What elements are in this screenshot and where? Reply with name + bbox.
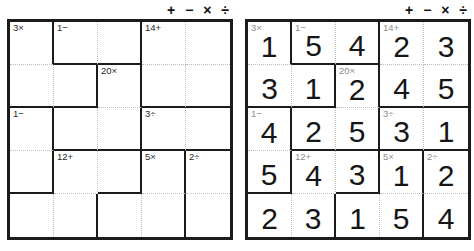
solution-board-block: + − × ÷ 3×11−5414+233120×2451−4253÷31512… — [245, 2, 471, 240]
puzzle-cell-r2c2[interactable] — [54, 65, 98, 108]
cell-value: 4 — [305, 161, 322, 191]
solution-cell-r1c3: 4 — [336, 22, 380, 65]
puzzle-cell-r3c2[interactable] — [54, 108, 98, 151]
cell-value: 3 — [261, 74, 278, 104]
puzzle-cell-r1c2[interactable]: 1− — [54, 22, 98, 65]
cell-value: 1 — [438, 117, 455, 147]
solution-cell-r5c1: 2 — [248, 194, 292, 237]
cell-value: 5 — [393, 204, 410, 234]
solution-cell-r3c5: 1 — [424, 108, 468, 151]
cage-clue: 1− — [13, 109, 24, 119]
puzzle-cell-r5c2[interactable] — [54, 194, 98, 237]
cage-clue: 2÷ — [427, 152, 438, 162]
solution-cell-r5c3: 1 — [336, 194, 380, 237]
cell-value: 3 — [393, 117, 410, 147]
cage-clue: 12+ — [57, 152, 73, 162]
operations-legend: + − × ÷ — [245, 2, 471, 19]
cell-value: 1 — [305, 74, 322, 104]
cage-clue: 3× — [251, 23, 262, 33]
puzzle-cell-r1c1[interactable]: 3× — [10, 22, 54, 65]
solution-cell-r1c2: 1−5 — [292, 22, 336, 65]
solution-cell-r2c4: 4 — [380, 65, 424, 108]
solution-cell-r3c2: 2 — [292, 108, 336, 151]
solution-cell-r5c5: 4 — [424, 194, 468, 237]
puzzle-cell-r2c3[interactable]: 20× — [98, 65, 142, 108]
cell-value: 2 — [393, 32, 410, 62]
puzzle-cell-r5c5[interactable] — [186, 194, 230, 237]
cell-value: 4 — [261, 118, 278, 148]
solution-cell-r2c1: 3 — [248, 65, 292, 108]
solution-cell-r1c4: 14+2 — [380, 22, 424, 65]
cage-clue: 20× — [101, 66, 117, 76]
puzzle-cell-r5c3[interactable] — [98, 194, 142, 237]
kenken-puzzle-pair: + − × ÷ 3×1−14+20×1−3÷12+5×2÷ + − × ÷ 3×… — [0, 0, 474, 240]
cell-value: 2 — [438, 161, 455, 191]
cell-value: 1 — [349, 204, 366, 234]
cell-value: 3 — [349, 160, 366, 190]
cell-value: 3 — [438, 32, 455, 62]
puzzle-cell-r4c3[interactable] — [98, 151, 142, 194]
solution-cell-r2c3: 20×2 — [336, 65, 380, 108]
solution-cell-r4c1: 5 — [248, 151, 292, 194]
cell-value: 4 — [438, 204, 455, 234]
cell-value: 2 — [261, 204, 278, 234]
puzzle-cell-r1c5[interactable] — [186, 22, 230, 65]
cage-clue: 5× — [145, 152, 156, 162]
puzzle-cell-r3c4[interactable]: 3÷ — [142, 108, 186, 151]
solution-cell-r1c5: 3 — [424, 22, 468, 65]
solution-cell-r1c1: 3×1 — [248, 22, 292, 65]
cage-clue: 1− — [251, 109, 262, 119]
cell-value: 4 — [349, 31, 366, 61]
puzzle-cell-r3c1[interactable]: 1− — [10, 108, 54, 151]
solution-cell-r3c1: 1−4 — [248, 108, 292, 151]
solution-cell-r2c2: 1 — [292, 65, 336, 108]
cell-value: 5 — [305, 31, 322, 61]
puzzle-cell-r4c4[interactable]: 5× — [142, 151, 186, 194]
puzzle-cell-r5c1[interactable] — [10, 194, 54, 237]
puzzle-board: 3×1−14+20×1−3÷12+5×2÷ — [7, 19, 233, 240]
puzzle-cell-r1c4[interactable]: 14+ — [142, 22, 186, 65]
solution-cell-r2c5: 5 — [424, 65, 468, 108]
puzzle-cell-r2c5[interactable] — [186, 65, 230, 108]
solution-cell-r3c3: 5 — [336, 108, 380, 151]
cell-value: 4 — [393, 74, 410, 104]
solution-cell-r4c4: 5×1 — [380, 151, 424, 194]
cage-clue: 12+ — [295, 152, 311, 162]
solution-cell-r4c3: 3 — [336, 151, 380, 194]
solution-cell-r5c2: 3 — [292, 194, 336, 237]
cell-value: 2 — [305, 117, 322, 147]
puzzle-cell-r3c5[interactable] — [186, 108, 230, 151]
puzzle-cell-r5c4[interactable] — [142, 194, 186, 237]
cage-clue: 3÷ — [383, 109, 394, 119]
cage-clue: 5× — [383, 152, 394, 162]
cell-value: 1 — [261, 32, 278, 62]
operations-legend: + − × ÷ — [7, 2, 233, 19]
puzzle-cell-r3c3[interactable] — [98, 108, 142, 151]
cage-clue: 20× — [339, 66, 355, 76]
solution-board: 3×11−5414+233120×2451−4253÷31512+435×12÷… — [245, 19, 471, 240]
cage-clue: 1− — [295, 23, 306, 33]
puzzle-cell-r2c4[interactable] — [142, 65, 186, 108]
solution-cell-r4c2: 12+4 — [292, 151, 336, 194]
solution-cell-r5c4: 5 — [380, 194, 424, 237]
solution-cell-r3c4: 3÷3 — [380, 108, 424, 151]
cell-value: 5 — [261, 160, 278, 190]
cage-clue: 14+ — [383, 23, 399, 33]
cage-clue: 14+ — [145, 23, 161, 33]
cage-clue: 3÷ — [145, 109, 156, 119]
puzzle-cell-r4c2[interactable]: 12+ — [54, 151, 98, 194]
puzzle-cell-r4c5[interactable]: 2÷ — [186, 151, 230, 194]
solution-cell-r4c5: 2÷2 — [424, 151, 468, 194]
cell-value: 3 — [305, 204, 322, 234]
puzzle-cell-r1c3[interactable] — [98, 22, 142, 65]
cell-value: 5 — [438, 74, 455, 104]
cage-clue: 1− — [57, 23, 68, 33]
cage-clue: 2÷ — [189, 152, 200, 162]
puzzle-cell-r4c1[interactable] — [10, 151, 54, 194]
puzzle-cell-r2c1[interactable] — [10, 65, 54, 108]
cell-value: 1 — [393, 161, 410, 191]
cell-value: 5 — [349, 117, 366, 147]
cell-value: 2 — [349, 75, 366, 105]
puzzle-board-block: + − × ÷ 3×1−14+20×1−3÷12+5×2÷ — [7, 2, 233, 240]
cage-clue: 3× — [13, 23, 24, 33]
